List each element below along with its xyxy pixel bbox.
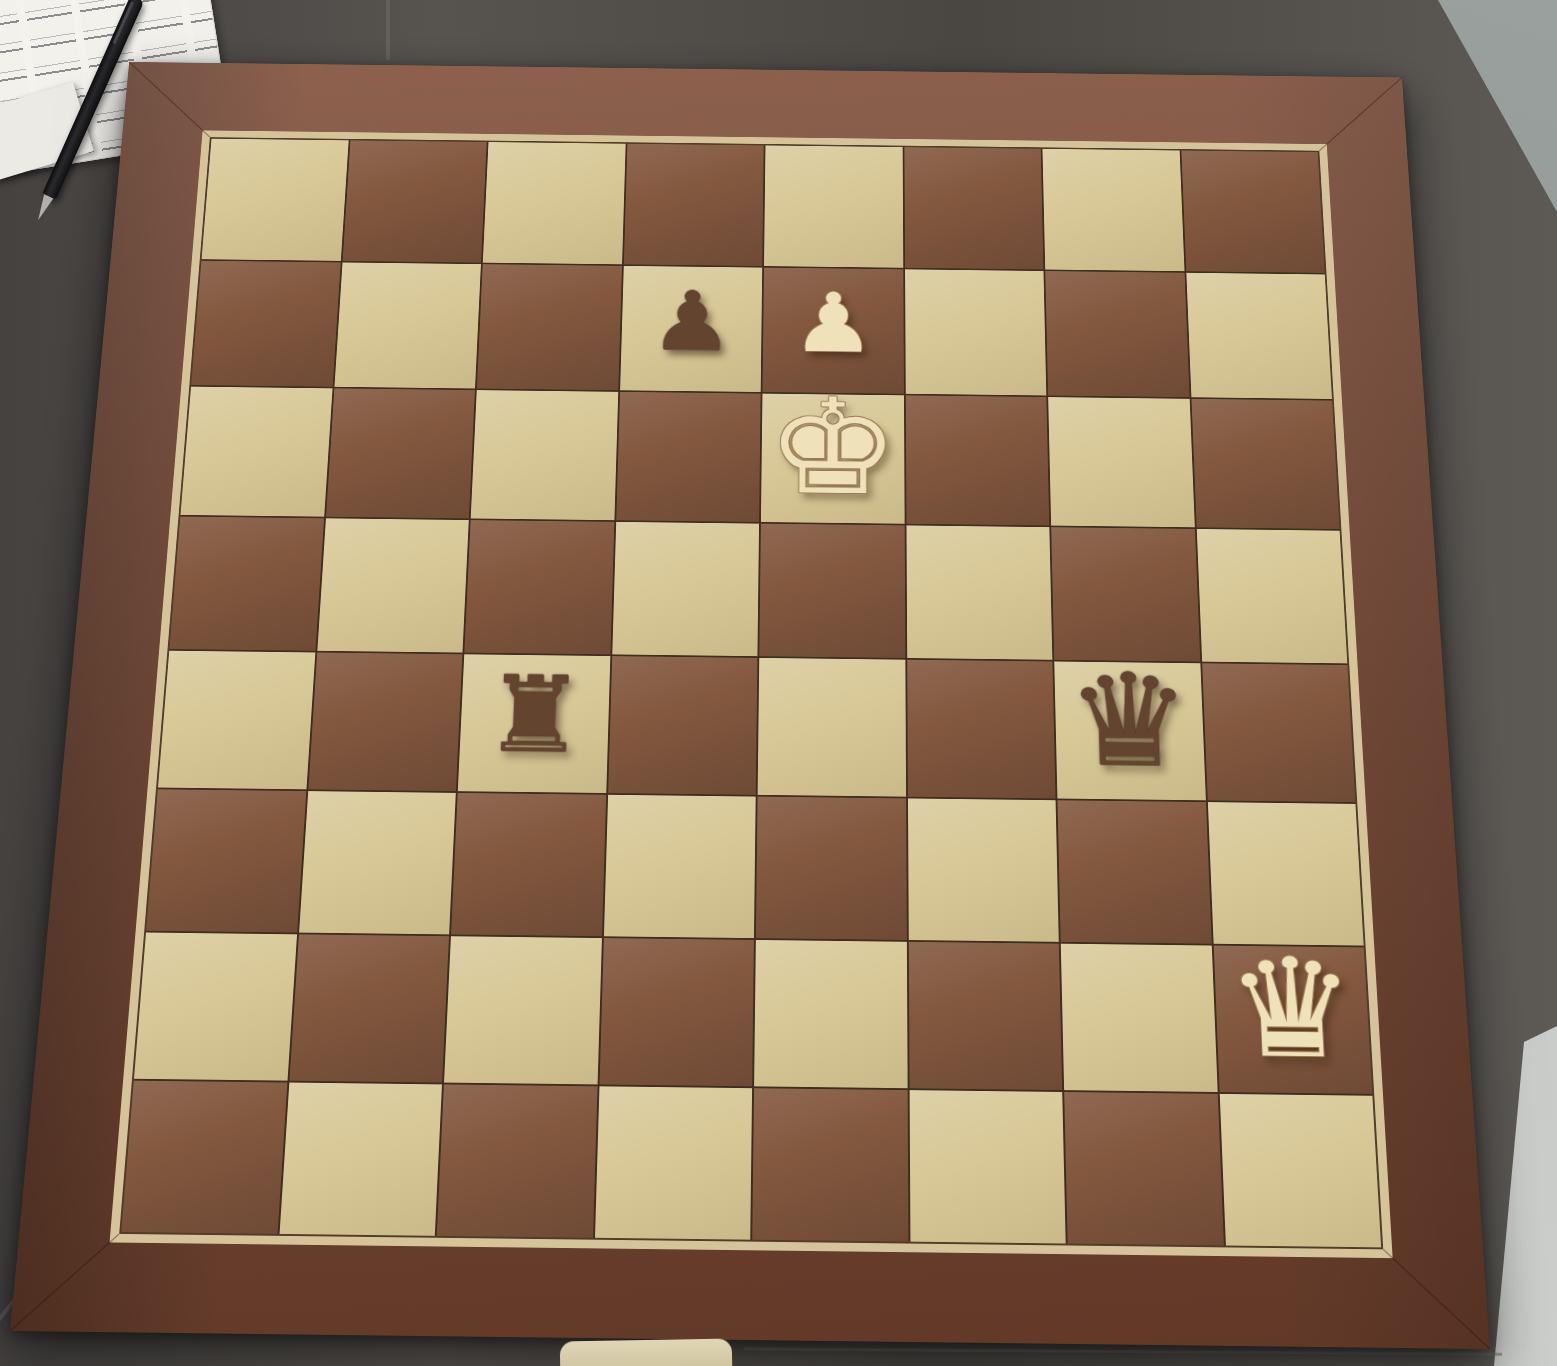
square-e3[interactable] (756, 797, 907, 940)
square-f2[interactable] (908, 942, 1062, 1090)
board-grid: ♟♟♚♜♛♛ (119, 137, 1383, 1249)
square-f1[interactable] (909, 1090, 1066, 1243)
square-a8[interactable] (202, 139, 349, 261)
square-e5[interactable] (759, 524, 905, 658)
square-g6[interactable] (1048, 397, 1194, 527)
square-d3[interactable] (603, 795, 755, 938)
square-g7[interactable] (1045, 271, 1189, 397)
square-b8[interactable] (342, 140, 487, 262)
square-g3[interactable] (1057, 800, 1211, 943)
square-g5[interactable] (1051, 527, 1200, 661)
square-h8[interactable] (1181, 151, 1325, 273)
square-e8[interactable] (764, 145, 903, 267)
frame-miter-joint (1315, 76, 1407, 151)
square-h7[interactable] (1186, 273, 1332, 399)
frame-miter-joint (10, 1233, 119, 1333)
square-b4[interactable] (308, 652, 463, 791)
square-h4[interactable] (1202, 663, 1356, 802)
frame-miter-joint (1383, 1249, 1490, 1349)
square-g2[interactable] (1061, 944, 1217, 1092)
square-h5[interactable] (1196, 529, 1347, 663)
square-d7[interactable]: ♟ (620, 266, 763, 392)
square-g8[interactable] (1042, 149, 1184, 271)
square-d4[interactable] (608, 656, 758, 795)
square-b6[interactable] (326, 388, 475, 518)
square-d2[interactable] (599, 938, 754, 1086)
piece-white-queen[interactable]: ♛ (1224, 939, 1360, 1078)
square-d8[interactable] (623, 144, 763, 266)
square-e6[interactable]: ♚ (761, 394, 904, 524)
square-g1[interactable] (1064, 1092, 1223, 1245)
square-a3[interactable] (146, 789, 306, 932)
square-e1[interactable] (752, 1088, 908, 1241)
square-c7[interactable] (477, 264, 622, 390)
square-f7[interactable] (905, 269, 1047, 395)
board-trim: ♟♟♚♜♛♛ (110, 130, 1393, 1258)
square-c6[interactable] (471, 390, 618, 520)
piece-black-pawn[interactable]: ♟ (649, 281, 734, 364)
piece-black-queen[interactable]: ♛ (1065, 656, 1194, 786)
square-h1[interactable] (1219, 1094, 1381, 1247)
square-a5[interactable] (169, 517, 323, 651)
square-g4[interactable]: ♛ (1054, 661, 1205, 800)
square-f8[interactable] (904, 147, 1044, 269)
piece-white-king[interactable]: ♚ (765, 381, 899, 515)
square-a4[interactable] (158, 651, 315, 790)
square-e4[interactable] (758, 658, 906, 797)
square-a6[interactable] (180, 387, 332, 517)
square-c3[interactable] (451, 793, 606, 936)
square-b2[interactable] (289, 934, 449, 1082)
square-e2[interactable] (754, 940, 907, 1088)
piece-black-rook[interactable]: ♜ (482, 662, 588, 767)
square-f6[interactable] (905, 395, 1049, 525)
square-c1[interactable] (437, 1084, 597, 1237)
square-b7[interactable] (334, 262, 481, 388)
square-h6[interactable] (1191, 399, 1340, 529)
square-c2[interactable] (444, 936, 601, 1084)
frame-miter-joint (122, 62, 216, 137)
square-d5[interactable] (612, 522, 759, 656)
square-d6[interactable] (616, 392, 761, 522)
square-c8[interactable] (483, 142, 625, 264)
square-a7[interactable] (191, 261, 340, 387)
square-b3[interactable] (299, 791, 456, 934)
square-d1[interactable] (594, 1086, 752, 1239)
board-frame: ♟♟♚♜♛♛ (10, 62, 1490, 1349)
light-object-bottom-edge (560, 1339, 732, 1366)
square-c5[interactable] (464, 520, 614, 654)
square-b5[interactable] (317, 518, 469, 652)
square-c4[interactable]: ♜ (458, 654, 610, 793)
square-f3[interactable] (908, 798, 1059, 941)
piece-white-pawn[interactable]: ♟ (791, 283, 875, 366)
square-a2[interactable] (134, 933, 297, 1081)
square-f4[interactable] (907, 660, 1056, 799)
square-a1[interactable] (121, 1081, 287, 1234)
square-h3[interactable] (1207, 802, 1363, 945)
square-b1[interactable] (279, 1083, 442, 1236)
chess-board: ♟♟♚♜♛♛ (10, 62, 1490, 1349)
square-f5[interactable] (906, 525, 1052, 659)
square-h2[interactable]: ♛ (1213, 946, 1372, 1094)
